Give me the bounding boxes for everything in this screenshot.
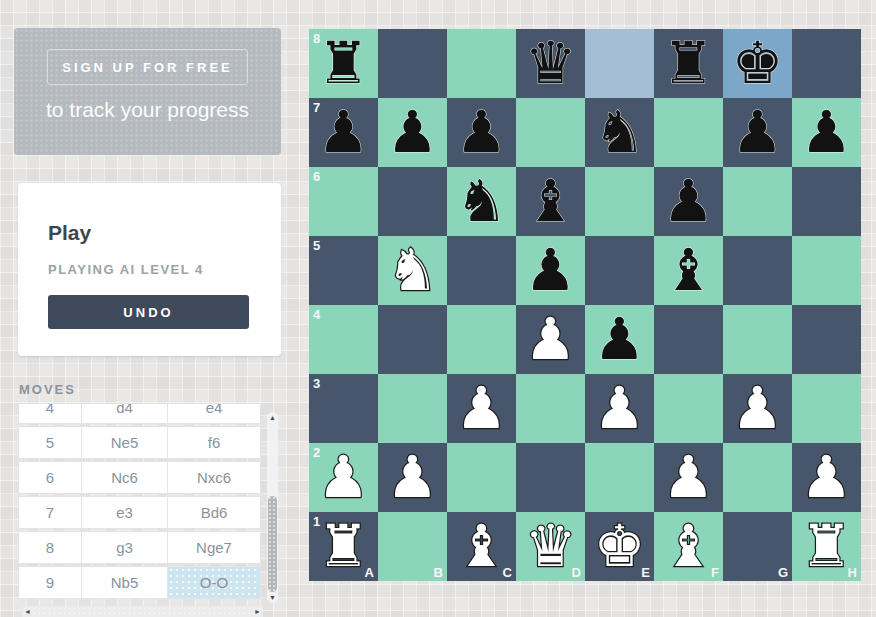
rank-label-3: 3	[313, 376, 320, 391]
piece-white-knight[interactable]: ♞	[387, 236, 439, 305]
square-e7[interactable]: ♞	[585, 98, 654, 167]
move-number: 8	[18, 531, 82, 564]
file-label-h: H	[848, 565, 857, 580]
piece-white-rook[interactable]: ♜	[318, 512, 370, 581]
square-b7[interactable]: ♟	[378, 98, 447, 167]
square-a5[interactable]: 5	[309, 236, 378, 305]
square-e1[interactable]: E♚	[585, 512, 654, 581]
square-h4[interactable]	[792, 305, 861, 374]
move-white[interactable]: Ne5	[81, 426, 168, 459]
square-f1[interactable]: F♝	[654, 512, 723, 581]
square-d1[interactable]: D♛	[516, 512, 585, 581]
move-number: 4	[18, 404, 82, 424]
piece-white-pawn[interactable]: ♟	[663, 443, 715, 512]
file-label-e: E	[641, 565, 650, 580]
piece-black-rook[interactable]: ♜	[663, 29, 715, 98]
move-white[interactable]: g3	[81, 531, 168, 564]
piece-black-pawn[interactable]: ♟	[801, 98, 853, 167]
file-label-g: G	[778, 565, 788, 580]
move-number: 5	[18, 426, 82, 459]
square-d4[interactable]: ♟	[516, 305, 585, 374]
scroll-up-icon[interactable]: ▲	[267, 412, 278, 423]
square-b4[interactable]	[378, 305, 447, 374]
move-black[interactable]: Nxc6	[167, 461, 261, 494]
square-g7[interactable]: ♟	[723, 98, 792, 167]
piece-white-pawn[interactable]: ♟	[525, 305, 577, 374]
piece-white-queen[interactable]: ♛	[525, 512, 577, 581]
square-g3[interactable]: ♟	[723, 374, 792, 443]
square-h8[interactable]	[792, 29, 861, 98]
play-status: PLAYING AI LEVEL 4	[48, 262, 251, 277]
square-f4[interactable]	[654, 305, 723, 374]
square-e6[interactable]	[585, 167, 654, 236]
square-d2[interactable]	[516, 443, 585, 512]
move-row-6: 6Nc6Nxc6	[18, 461, 261, 494]
move-white[interactable]: Nc6	[81, 461, 168, 494]
piece-white-pawn[interactable]: ♟	[387, 443, 439, 512]
square-h5[interactable]	[792, 236, 861, 305]
move-row-7: 7e3Bd6	[18, 496, 261, 529]
file-label-a: A	[365, 565, 374, 580]
square-h7[interactable]: ♟	[792, 98, 861, 167]
piece-white-king[interactable]: ♚	[594, 512, 646, 581]
move-white[interactable]: e3	[81, 496, 168, 529]
square-f3[interactable]	[654, 374, 723, 443]
square-f8[interactable]: ♜	[654, 29, 723, 98]
square-h6[interactable]	[792, 167, 861, 236]
rank-label-1: 1	[313, 514, 320, 529]
signup-button[interactable]: SIGN UP FOR FREE	[47, 49, 248, 85]
move-white[interactable]: Nb5	[81, 566, 168, 599]
square-b6[interactable]	[378, 167, 447, 236]
square-c6[interactable]: ♞	[447, 167, 516, 236]
piece-white-bishop[interactable]: ♝	[456, 512, 508, 581]
move-black[interactable]: Nge7	[167, 531, 261, 564]
square-a4[interactable]: 4	[309, 305, 378, 374]
scroll-down-icon[interactable]: ▼	[267, 592, 278, 603]
square-f7[interactable]	[654, 98, 723, 167]
piece-black-bishop[interactable]: ♝	[663, 236, 715, 305]
piece-black-pawn[interactable]: ♟	[525, 236, 577, 305]
square-d5[interactable]: ♟	[516, 236, 585, 305]
square-c8[interactable]	[447, 29, 516, 98]
square-g4[interactable]	[723, 305, 792, 374]
moves-rows: 4d4e45Ne5f66Nc6Nxc67e3Bd68g3Nge79Nb5O-O	[18, 404, 261, 599]
square-b8[interactable]	[378, 29, 447, 98]
rank-label-4: 4	[313, 307, 320, 322]
square-g5[interactable]	[723, 236, 792, 305]
move-black[interactable]: O-O	[167, 566, 261, 599]
piece-black-knight[interactable]: ♞	[594, 98, 646, 167]
piece-white-pawn[interactable]: ♟	[732, 374, 784, 443]
square-f6[interactable]: ♟	[654, 167, 723, 236]
square-a2[interactable]: 2♟	[309, 443, 378, 512]
rank-label-2: 2	[313, 445, 320, 460]
move-black[interactable]: Bd6	[167, 496, 261, 529]
square-b2[interactable]: ♟	[378, 443, 447, 512]
moves-label: MOVES	[19, 382, 76, 397]
piece-black-pawn[interactable]: ♟	[387, 98, 439, 167]
square-a6[interactable]: 6	[309, 167, 378, 236]
piece-black-pawn[interactable]: ♟	[594, 305, 646, 374]
move-number: 6	[18, 461, 82, 494]
move-row-9: 9Nb5O-O	[18, 566, 261, 599]
square-c3[interactable]: ♟	[447, 374, 516, 443]
square-a1[interactable]: 1A♜	[309, 512, 378, 581]
rank-label-5: 5	[313, 238, 320, 253]
app-root: { "game": "chess", "position": { "fen": …	[0, 0, 876, 617]
play-panel: Play PLAYING AI LEVEL 4 UNDO	[18, 183, 281, 356]
piece-black-pawn[interactable]: ♟	[456, 98, 508, 167]
square-b1[interactable]: B	[378, 512, 447, 581]
piece-black-king[interactable]: ♚	[732, 29, 784, 98]
piece-white-bishop[interactable]: ♝	[663, 512, 715, 581]
square-f2[interactable]: ♟	[654, 443, 723, 512]
square-d3[interactable]	[516, 374, 585, 443]
undo-button[interactable]: UNDO	[48, 295, 249, 329]
piece-white-pawn[interactable]: ♟	[594, 374, 646, 443]
piece-black-rook[interactable]: ♜	[318, 29, 370, 98]
square-a3[interactable]: 3	[309, 374, 378, 443]
scroll-right-icon[interactable]: ►	[252, 608, 263, 615]
square-a7[interactable]: 7♟	[309, 98, 378, 167]
square-d7[interactable]	[516, 98, 585, 167]
signup-subtitle: to track your progress	[14, 98, 281, 122]
piece-black-bishop[interactable]: ♝	[525, 167, 577, 236]
piece-white-pawn[interactable]: ♟	[318, 443, 370, 512]
square-h3[interactable]	[792, 374, 861, 443]
signup-card: SIGN UP FOR FREE to track your progress	[14, 28, 281, 155]
move-row-5: 5Ne5f6	[18, 426, 261, 459]
square-g2[interactable]	[723, 443, 792, 512]
move-black[interactable]: e4	[167, 404, 261, 424]
piece-black-pawn[interactable]: ♟	[663, 167, 715, 236]
move-white[interactable]: d4	[81, 404, 168, 424]
piece-white-pawn[interactable]: ♟	[456, 374, 508, 443]
square-c5[interactable]	[447, 236, 516, 305]
square-e4[interactable]: ♟	[585, 305, 654, 374]
piece-black-pawn[interactable]: ♟	[318, 98, 370, 167]
piece-black-pawn[interactable]: ♟	[732, 98, 784, 167]
piece-black-queen[interactable]: ♛	[525, 29, 577, 98]
vertical-scroll-thumb[interactable]	[268, 496, 277, 592]
moves-table: 4d4e45Ne5f66Nc6Nxc67e3Bd68g3Nge79Nb5O-O …	[18, 404, 283, 617]
square-h1[interactable]: H♜	[792, 512, 861, 581]
rank-label-7: 7	[313, 100, 320, 115]
play-title: Play	[48, 221, 251, 245]
square-h2[interactable]: ♟	[792, 443, 861, 512]
square-e5[interactable]	[585, 236, 654, 305]
square-c2[interactable]	[447, 443, 516, 512]
square-b5[interactable]: ♞	[378, 236, 447, 305]
move-black[interactable]: f6	[167, 426, 261, 459]
square-d8[interactable]: ♛	[516, 29, 585, 98]
square-e8[interactable]	[585, 29, 654, 98]
square-g8[interactable]: ♚	[723, 29, 792, 98]
square-g6[interactable]	[723, 167, 792, 236]
file-label-d: D	[572, 565, 581, 580]
square-e2[interactable]	[585, 443, 654, 512]
square-e3[interactable]: ♟	[585, 374, 654, 443]
piece-white-pawn[interactable]: ♟	[801, 443, 853, 512]
file-label-f: F	[711, 565, 719, 580]
rank-label-6: 6	[313, 169, 320, 184]
scroll-left-icon[interactable]: ◄	[22, 608, 33, 615]
move-number: 9	[18, 566, 82, 599]
piece-black-knight[interactable]: ♞	[456, 167, 508, 236]
square-g1[interactable]: G	[723, 512, 792, 581]
square-c7[interactable]: ♟	[447, 98, 516, 167]
move-row-8: 8g3Nge7	[18, 531, 261, 564]
moves-vertical-scrollbar[interactable]: ▲ ▼	[267, 412, 278, 603]
rank-label-8: 8	[313, 31, 320, 46]
square-c1[interactable]: C♝	[447, 512, 516, 581]
file-label-c: C	[503, 565, 512, 580]
square-d6[interactable]: ♝	[516, 167, 585, 236]
square-b3[interactable]	[378, 374, 447, 443]
chess-board: 8♜♛♜♚7♟♟♟♞♟♟6♞♝♟5♞♟♝4♟♟3♟♟♟2♟♟♟♟1A♜BC♝D♛…	[309, 29, 861, 581]
square-f5[interactable]: ♝	[654, 236, 723, 305]
move-number: 7	[18, 496, 82, 529]
move-row-4: 4d4e4	[18, 404, 261, 424]
moves-horizontal-scrollbar[interactable]: ◄ ►	[22, 606, 263, 617]
file-label-b: B	[434, 565, 443, 580]
piece-white-rook[interactable]: ♜	[801, 512, 853, 581]
square-c4[interactable]	[447, 305, 516, 374]
square-a8[interactable]: 8♜	[309, 29, 378, 98]
